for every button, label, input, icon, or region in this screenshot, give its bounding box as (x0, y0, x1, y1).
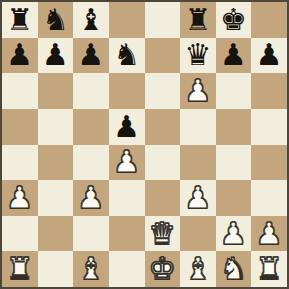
square-h4[interactable] (251, 145, 287, 181)
square-f2[interactable] (180, 216, 216, 252)
piece-black-pawn[interactable]: ♟ (73, 38, 109, 74)
square-a4[interactable] (2, 145, 38, 181)
square-f1[interactable]: ♝ (180, 251, 216, 287)
square-h5[interactable] (251, 109, 287, 145)
square-d2[interactable] (109, 216, 145, 252)
piece-white-pawn[interactable]: ♟ (73, 180, 109, 216)
square-c4[interactable] (73, 145, 109, 181)
square-e5[interactable] (145, 109, 181, 145)
piece-black-pawn[interactable]: ♟ (2, 38, 38, 74)
square-h8[interactable] (251, 2, 287, 38)
square-b7[interactable]: ♟ (38, 38, 74, 74)
square-d5[interactable]: ♟ (109, 109, 145, 145)
piece-black-knight[interactable]: ♞ (38, 2, 74, 38)
square-d1[interactable] (109, 251, 145, 287)
piece-white-pawn[interactable]: ♟ (180, 73, 216, 109)
square-a2[interactable] (2, 216, 38, 252)
square-b5[interactable] (38, 109, 74, 145)
square-g7[interactable]: ♟ (216, 38, 252, 74)
square-b2[interactable] (38, 216, 74, 252)
square-g8[interactable]: ♚ (216, 2, 252, 38)
square-e1[interactable]: ♚ (145, 251, 181, 287)
square-e8[interactable] (145, 2, 181, 38)
piece-black-pawn[interactable]: ♟ (109, 109, 145, 145)
piece-white-pawn[interactable]: ♟ (216, 216, 252, 252)
square-d8[interactable] (109, 2, 145, 38)
square-d3[interactable] (109, 180, 145, 216)
square-g6[interactable] (216, 73, 252, 109)
square-f8[interactable]: ♜ (180, 2, 216, 38)
piece-black-rook[interactable]: ♜ (2, 2, 38, 38)
square-c3[interactable]: ♟ (73, 180, 109, 216)
square-c7[interactable]: ♟ (73, 38, 109, 74)
square-a6[interactable] (2, 73, 38, 109)
piece-black-pawn[interactable]: ♟ (38, 38, 74, 74)
piece-black-pawn[interactable]: ♟ (251, 38, 287, 74)
piece-black-queen[interactable]: ♛ (180, 38, 216, 74)
square-g4[interactable] (216, 145, 252, 181)
square-a8[interactable]: ♜ (2, 2, 38, 38)
square-e2[interactable]: ♛ (145, 216, 181, 252)
square-c2[interactable] (73, 216, 109, 252)
square-h3[interactable] (251, 180, 287, 216)
square-f3[interactable]: ♟ (180, 180, 216, 216)
square-h2[interactable]: ♟ (251, 216, 287, 252)
piece-white-pawn[interactable]: ♟ (251, 216, 287, 252)
square-b8[interactable]: ♞ (38, 2, 74, 38)
piece-white-bishop[interactable]: ♝ (73, 251, 109, 287)
square-c6[interactable] (73, 73, 109, 109)
square-a5[interactable] (2, 109, 38, 145)
square-c5[interactable] (73, 109, 109, 145)
piece-white-rook[interactable]: ♜ (251, 251, 287, 287)
piece-black-knight[interactable]: ♞ (109, 38, 145, 74)
piece-black-pawn[interactable]: ♟ (216, 38, 252, 74)
square-b6[interactable] (38, 73, 74, 109)
piece-white-pawn[interactable]: ♟ (2, 180, 38, 216)
piece-white-pawn[interactable]: ♟ (180, 180, 216, 216)
square-e7[interactable] (145, 38, 181, 74)
square-e6[interactable] (145, 73, 181, 109)
square-f7[interactable]: ♛ (180, 38, 216, 74)
square-h7[interactable]: ♟ (251, 38, 287, 74)
chess-board: ♜♞♝♜♚♟♟♟♞♛♟♟♟♟♟♟♟♟♛♟♟♜♝♚♝♞♜ (0, 0, 289, 289)
piece-black-bishop[interactable]: ♝ (73, 2, 109, 38)
square-a3[interactable]: ♟ (2, 180, 38, 216)
square-b1[interactable] (38, 251, 74, 287)
chess-board-container: ♜♞♝♜♚♟♟♟♞♛♟♟♟♟♟♟♟♟♛♟♟♜♝♚♝♞♜ (0, 0, 289, 289)
square-a1[interactable]: ♜ (2, 251, 38, 287)
piece-white-queen[interactable]: ♛ (145, 216, 181, 252)
square-g3[interactable] (216, 180, 252, 216)
square-d4[interactable]: ♟ (109, 145, 145, 181)
square-d6[interactable] (109, 73, 145, 109)
square-h1[interactable]: ♜ (251, 251, 287, 287)
piece-white-pawn[interactable]: ♟ (109, 145, 145, 181)
square-c1[interactable]: ♝ (73, 251, 109, 287)
square-f4[interactable] (180, 145, 216, 181)
square-h6[interactable] (251, 73, 287, 109)
piece-white-bishop[interactable]: ♝ (180, 251, 216, 287)
piece-black-rook[interactable]: ♜ (180, 2, 216, 38)
piece-black-king[interactable]: ♚ (216, 2, 252, 38)
square-f6[interactable]: ♟ (180, 73, 216, 109)
piece-white-rook[interactable]: ♜ (2, 251, 38, 287)
piece-white-king[interactable]: ♚ (145, 251, 181, 287)
square-f5[interactable] (180, 109, 216, 145)
square-e3[interactable] (145, 180, 181, 216)
square-g5[interactable] (216, 109, 252, 145)
square-g2[interactable]: ♟ (216, 216, 252, 252)
square-e4[interactable] (145, 145, 181, 181)
square-a7[interactable]: ♟ (2, 38, 38, 74)
square-c8[interactable]: ♝ (73, 2, 109, 38)
piece-white-knight[interactable]: ♞ (216, 251, 252, 287)
square-g1[interactable]: ♞ (216, 251, 252, 287)
square-b3[interactable] (38, 180, 74, 216)
square-b4[interactable] (38, 145, 74, 181)
square-d7[interactable]: ♞ (109, 38, 145, 74)
